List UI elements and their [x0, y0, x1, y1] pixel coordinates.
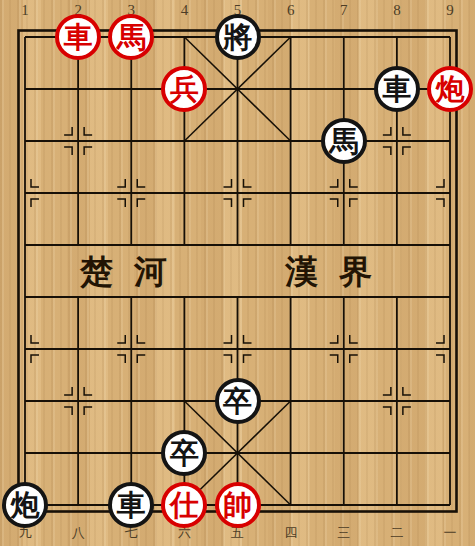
piece-glyph: 帥	[223, 491, 252, 520]
piece-glyph: 卒	[223, 387, 252, 416]
file-label-top-6: 6	[287, 3, 295, 18]
piece-glyph: 將	[223, 23, 252, 52]
piece-black-cannon[interactable]: 炮	[2, 482, 48, 528]
piece-black-soldier-1[interactable]: 卒	[215, 378, 261, 424]
piece-glyph: 卒	[170, 439, 199, 468]
file-label-bottom-9: 一	[444, 526, 457, 539]
piece-black-horse[interactable]: 馬	[321, 118, 367, 164]
piece-glyph: 兵	[170, 75, 199, 104]
file-label-bottom-8: 二	[390, 526, 403, 539]
piece-glyph: 車	[64, 23, 93, 52]
file-label-top-4: 4	[181, 3, 189, 18]
piece-red-general[interactable]: 帥	[215, 482, 261, 528]
piece-black-chariot-2[interactable]: 車	[108, 482, 154, 528]
piece-glyph: 炮	[11, 491, 40, 520]
file-label-top-7: 7	[340, 3, 348, 18]
river-label-left: 楚河	[80, 250, 188, 295]
file-label-top-1: 1	[21, 3, 29, 18]
file-label-top-8: 8	[393, 3, 401, 18]
piece-red-chariot[interactable]: 車	[55, 14, 101, 60]
piece-glyph: 馬	[117, 23, 146, 52]
piece-black-general[interactable]: 將	[215, 14, 261, 60]
piece-glyph: 車	[382, 75, 411, 104]
file-label-top-9: 9	[446, 3, 454, 18]
file-label-bottom-6: 四	[284, 526, 297, 539]
piece-black-chariot-1[interactable]: 車	[374, 66, 420, 112]
file-label-bottom-7: 三	[337, 526, 350, 539]
piece-glyph: 仕	[170, 491, 199, 520]
piece-red-cannon[interactable]: 炮	[427, 66, 473, 112]
piece-glyph: 馬	[329, 127, 358, 156]
river-label-right: 漢界	[285, 250, 393, 295]
piece-glyph: 車	[117, 491, 146, 520]
xiangqi-board: 123456789 九八七六五四三二一 楚河 漢界 車馬將兵車炮馬卒卒炮車仕帥	[0, 0, 475, 546]
piece-glyph: 炮	[436, 75, 465, 104]
file-label-bottom-2: 八	[72, 526, 85, 539]
piece-red-horse[interactable]: 馬	[108, 14, 154, 60]
